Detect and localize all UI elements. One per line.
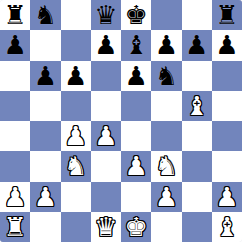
square-e5[interactable] bbox=[121, 91, 151, 121]
square-b2[interactable]: ♟ bbox=[30, 182, 60, 212]
white-knight-c3: ♞ bbox=[64, 151, 87, 181]
square-f7[interactable]: ♟ bbox=[151, 30, 181, 60]
square-a3[interactable] bbox=[0, 151, 30, 181]
square-a4[interactable] bbox=[0, 121, 30, 151]
square-a5[interactable] bbox=[0, 91, 30, 121]
white-rook-a1: ♜ bbox=[3, 212, 26, 242]
square-g6[interactable] bbox=[182, 61, 212, 91]
black-pawn-g7: ♟ bbox=[185, 30, 208, 60]
square-g1[interactable] bbox=[182, 212, 212, 242]
square-d7[interactable]: ♟ bbox=[91, 30, 121, 60]
square-c3[interactable]: ♞ bbox=[61, 151, 91, 181]
square-c4[interactable]: ♟ bbox=[61, 121, 91, 151]
white-king-e1: ♚ bbox=[124, 212, 147, 242]
square-h6[interactable] bbox=[212, 61, 242, 91]
square-h3[interactable] bbox=[212, 151, 242, 181]
square-b3[interactable] bbox=[30, 151, 60, 181]
black-pawn-h7: ♟ bbox=[215, 30, 238, 60]
square-e1[interactable]: ♚ bbox=[121, 212, 151, 242]
white-knight-f3: ♞ bbox=[155, 151, 178, 181]
square-f5[interactable] bbox=[151, 91, 181, 121]
square-e7[interactable]: ♝ bbox=[121, 30, 151, 60]
square-h4[interactable] bbox=[212, 121, 242, 151]
black-pawn-e6: ♟ bbox=[124, 61, 147, 91]
square-b6[interactable]: ♟ bbox=[30, 61, 60, 91]
square-d3[interactable] bbox=[91, 151, 121, 181]
black-king-e8: ♚ bbox=[124, 0, 147, 30]
white-bishop-g5: ♝ bbox=[185, 91, 208, 121]
white-pawn-e3: ♟ bbox=[124, 151, 147, 181]
black-pawn-d7: ♟ bbox=[94, 30, 117, 60]
square-b8[interactable]: ♞ bbox=[30, 0, 60, 30]
square-e3[interactable]: ♟ bbox=[121, 151, 151, 181]
square-d2[interactable] bbox=[91, 182, 121, 212]
square-c6[interactable]: ♟ bbox=[61, 61, 91, 91]
square-d6[interactable] bbox=[91, 61, 121, 91]
square-f1[interactable] bbox=[151, 212, 181, 242]
square-f6[interactable]: ♞ bbox=[151, 61, 181, 91]
black-knight-b8: ♞ bbox=[34, 0, 57, 30]
square-b4[interactable] bbox=[30, 121, 60, 151]
square-a1[interactable]: ♜ bbox=[0, 212, 30, 242]
white-pawn-f2: ♟ bbox=[155, 182, 178, 212]
square-g8[interactable] bbox=[182, 0, 212, 30]
square-g2[interactable] bbox=[182, 182, 212, 212]
square-a2[interactable]: ♟ bbox=[0, 182, 30, 212]
square-g3[interactable] bbox=[182, 151, 212, 181]
square-a8[interactable]: ♜ bbox=[0, 0, 30, 30]
black-bishop-e7: ♝ bbox=[124, 30, 147, 60]
square-d1[interactable]: ♛ bbox=[91, 212, 121, 242]
square-e4[interactable] bbox=[121, 121, 151, 151]
white-pawn-b2: ♟ bbox=[34, 182, 57, 212]
white-queen-d1: ♛ bbox=[94, 212, 117, 242]
square-g5[interactable]: ♝ bbox=[182, 91, 212, 121]
square-d8[interactable]: ♛ bbox=[91, 0, 121, 30]
white-pawn-d4: ♟ bbox=[94, 121, 117, 151]
square-f3[interactable]: ♞ bbox=[151, 151, 181, 181]
black-rook-a8: ♜ bbox=[3, 0, 26, 30]
white-pawn-a2: ♟ bbox=[3, 182, 26, 212]
black-pawn-c6: ♟ bbox=[64, 61, 87, 91]
black-pawn-b6: ♟ bbox=[34, 61, 57, 91]
square-c7[interactable] bbox=[61, 30, 91, 60]
square-c5[interactable] bbox=[61, 91, 91, 121]
square-h1[interactable]: ♝ bbox=[212, 212, 242, 242]
square-f2[interactable]: ♟ bbox=[151, 182, 181, 212]
white-bishop-h1: ♝ bbox=[215, 212, 238, 242]
black-rook-h8: ♜ bbox=[215, 0, 238, 30]
square-b1[interactable] bbox=[30, 212, 60, 242]
square-h7[interactable]: ♟ bbox=[212, 30, 242, 60]
square-c1[interactable] bbox=[61, 212, 91, 242]
black-pawn-a7: ♟ bbox=[3, 30, 26, 60]
chess-board: ♜♞♛♚♜♟♟♝♟♟♟♟♟♟♞♝♟♟♞♟♞♟♟♟♟♜♛♚♝ bbox=[0, 0, 242, 242]
square-d5[interactable] bbox=[91, 91, 121, 121]
square-d4[interactable]: ♟ bbox=[91, 121, 121, 151]
square-c2[interactable] bbox=[61, 182, 91, 212]
white-pawn-c4: ♟ bbox=[64, 121, 87, 151]
square-e2[interactable] bbox=[121, 182, 151, 212]
square-b7[interactable] bbox=[30, 30, 60, 60]
square-c8[interactable] bbox=[61, 0, 91, 30]
white-pawn-h2: ♟ bbox=[215, 182, 238, 212]
square-g7[interactable]: ♟ bbox=[182, 30, 212, 60]
square-a6[interactable] bbox=[0, 61, 30, 91]
chess-board-wrapper: ♜♞♛♚♜♟♟♝♟♟♟♟♟♟♞♝♟♟♞♟♞♟♟♟♟♜♛♚♝ bbox=[0, 0, 242, 242]
square-b5[interactable] bbox=[30, 91, 60, 121]
black-queen-d8: ♛ bbox=[94, 0, 117, 30]
square-h2[interactable]: ♟ bbox=[212, 182, 242, 212]
black-pawn-f7: ♟ bbox=[155, 30, 178, 60]
square-e8[interactable]: ♚ bbox=[121, 0, 151, 30]
square-e6[interactable]: ♟ bbox=[121, 61, 151, 91]
square-f8[interactable] bbox=[151, 0, 181, 30]
black-knight-f6: ♞ bbox=[155, 61, 178, 91]
square-g4[interactable] bbox=[182, 121, 212, 151]
square-f4[interactable] bbox=[151, 121, 181, 151]
square-a7[interactable]: ♟ bbox=[0, 30, 30, 60]
square-h8[interactable]: ♜ bbox=[212, 0, 242, 30]
square-h5[interactable] bbox=[212, 91, 242, 121]
